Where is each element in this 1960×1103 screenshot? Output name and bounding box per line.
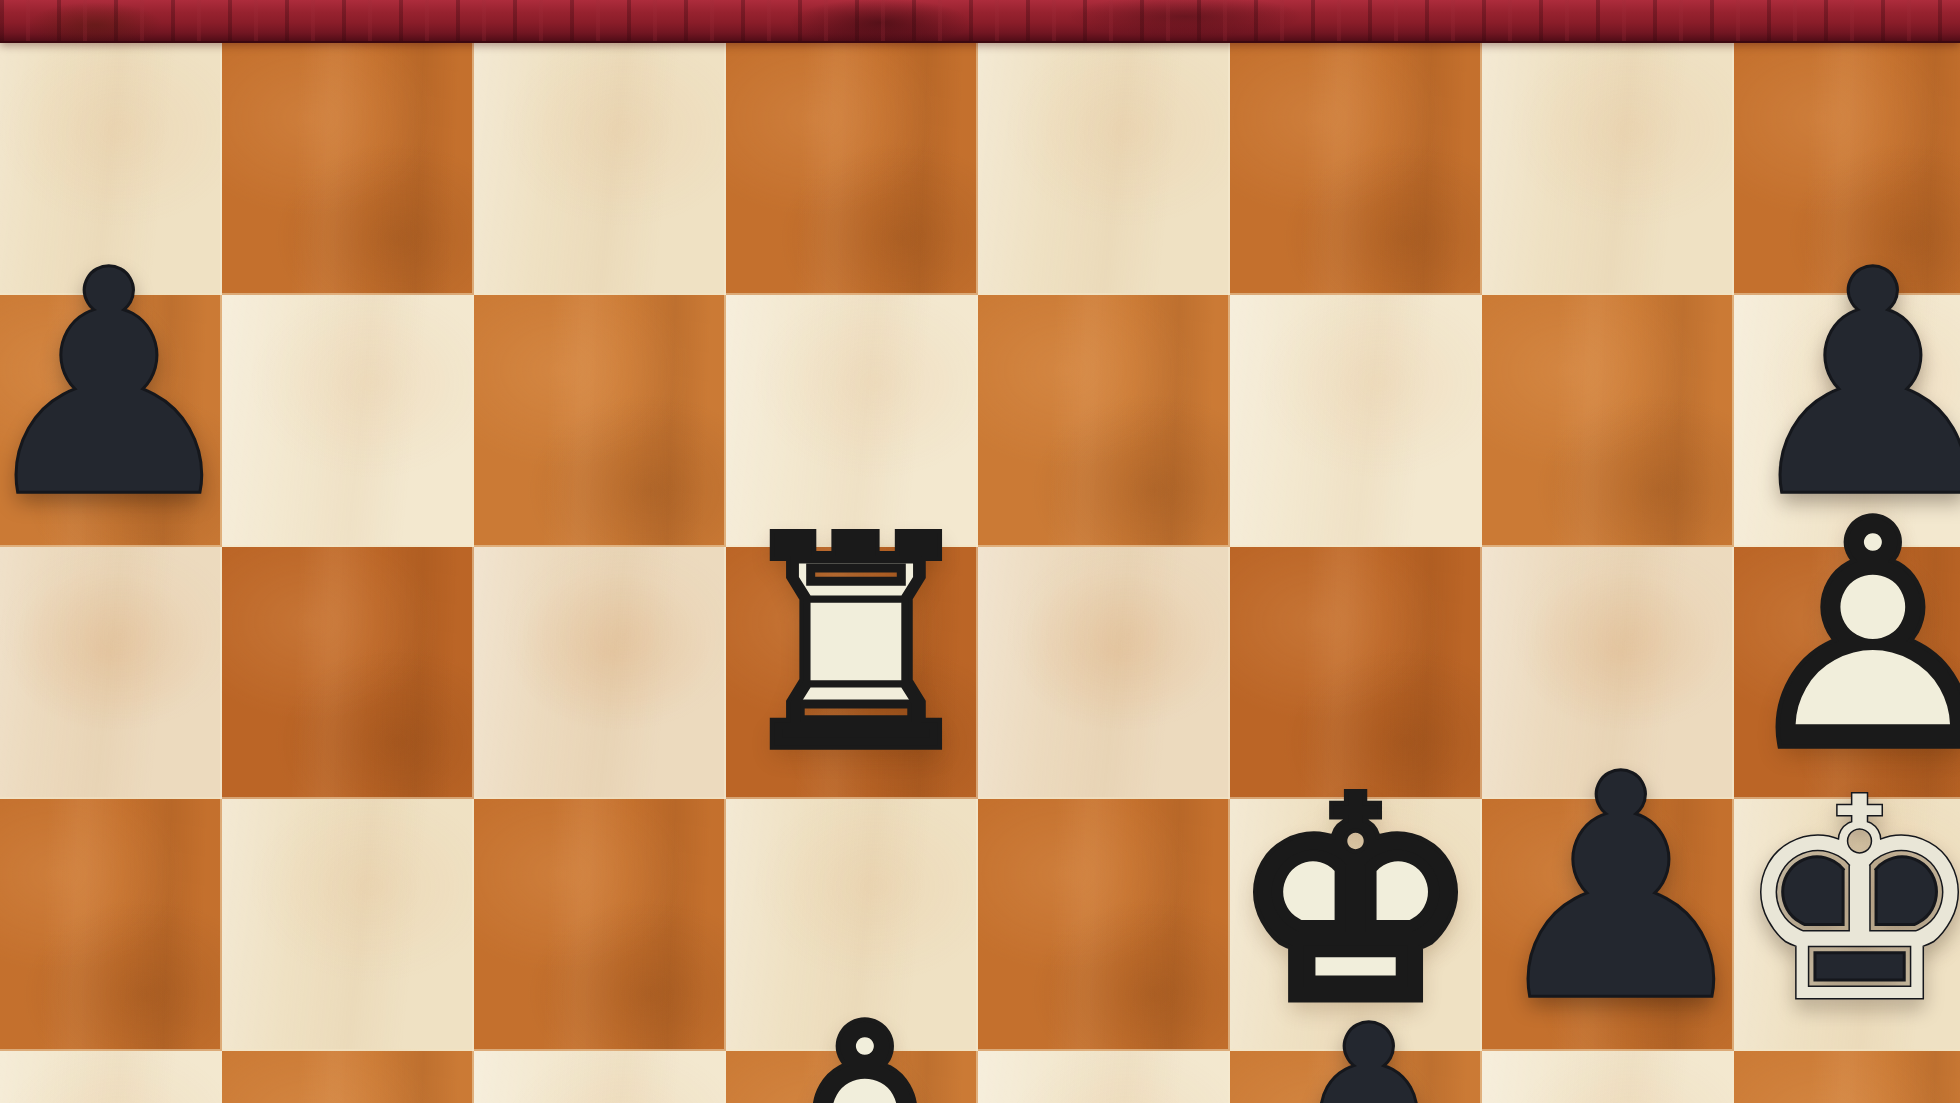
square-d6[interactable]: ♜♖ <box>726 547 978 799</box>
black-pawn-glyph: ♟ <box>1734 295 1960 545</box>
square-a7[interactable]: ♟ <box>0 295 222 547</box>
square-h4[interactable] <box>1734 1051 1960 1103</box>
black-pawn-glyph: ♟ <box>0 295 220 545</box>
black-pawn-glyph: ♟ <box>1230 1051 1480 1103</box>
piece-white-pawn-d4[interactable]: ♟♙ <box>726 1051 976 1103</box>
square-e7[interactable] <box>978 295 1230 547</box>
square-b8[interactable] <box>222 43 474 295</box>
white-king-outline-glyph: ♔ <box>1230 799 1480 1049</box>
white-rook-outline-glyph: ♖ <box>726 547 976 797</box>
piece-black-pawn-f4[interactable]: ♟ <box>1230 1051 1480 1103</box>
square-c7[interactable] <box>474 295 726 547</box>
square-d5[interactable] <box>726 799 978 1051</box>
square-c6[interactable] <box>474 547 726 799</box>
piece-white-pawn-h6[interactable]: ♟♙ <box>1734 547 1960 797</box>
square-b5[interactable] <box>222 799 474 1051</box>
square-e8[interactable] <box>978 43 1230 295</box>
black-king-outline-glyph: ♔ <box>1734 799 1960 1049</box>
square-e5[interactable] <box>978 799 1230 1051</box>
square-f8[interactable] <box>1230 43 1482 295</box>
white-king-glyph: ♚ <box>1230 799 1480 1049</box>
square-e6[interactable] <box>978 547 1230 799</box>
square-e4[interactable] <box>978 1051 1230 1103</box>
chess-board[interactable]: ♟♟♜♖♟♙♚♔♟♚♔♟♙♟ <box>0 43 1960 1103</box>
square-h7[interactable]: ♟ <box>1734 295 1960 547</box>
chess-app-viewport: ♟♟♜♖♟♙♚♔♟♚♔♟♙♟ <box>0 0 1960 1103</box>
square-f4[interactable]: ♟ <box>1230 1051 1482 1103</box>
square-c8[interactable] <box>474 43 726 295</box>
square-g5[interactable]: ♟ <box>1482 799 1734 1051</box>
square-c5[interactable] <box>474 799 726 1051</box>
piece-black-pawn-h7[interactable]: ♟ <box>1734 295 1960 545</box>
piece-black-king-h5[interactable]: ♚♔ <box>1734 799 1960 1049</box>
board-frame-top <box>0 0 1960 43</box>
white-pawn-outline-glyph: ♙ <box>726 1051 976 1103</box>
piece-white-king-f5[interactable]: ♚♔ <box>1230 799 1480 1049</box>
square-g4[interactable] <box>1482 1051 1734 1103</box>
square-a8[interactable] <box>0 43 222 295</box>
square-f6[interactable] <box>1230 547 1482 799</box>
piece-white-rook-d6[interactable]: ♜♖ <box>726 547 976 797</box>
square-c4[interactable] <box>474 1051 726 1103</box>
square-d8[interactable] <box>726 43 978 295</box>
square-f7[interactable] <box>1230 295 1482 547</box>
square-h5[interactable]: ♚♔ <box>1734 799 1960 1051</box>
white-pawn-glyph: ♟ <box>1734 547 1960 797</box>
white-rook-glyph: ♜ <box>726 547 976 797</box>
square-a4[interactable] <box>0 1051 222 1103</box>
piece-black-pawn-g5[interactable]: ♟ <box>1482 799 1732 1049</box>
square-g8[interactable] <box>1482 43 1734 295</box>
piece-black-pawn-a7[interactable]: ♟ <box>0 295 220 545</box>
square-d7[interactable] <box>726 295 978 547</box>
square-a6[interactable] <box>0 547 222 799</box>
white-pawn-outline-glyph: ♙ <box>1734 547 1960 797</box>
square-h8[interactable] <box>1734 43 1960 295</box>
square-b6[interactable] <box>222 547 474 799</box>
square-g7[interactable] <box>1482 295 1734 547</box>
square-a5[interactable] <box>0 799 222 1051</box>
black-king-glyph: ♚ <box>1734 799 1960 1049</box>
white-pawn-glyph: ♟ <box>726 1051 976 1103</box>
square-b4[interactable] <box>222 1051 474 1103</box>
black-pawn-glyph: ♟ <box>1482 799 1732 1049</box>
square-f5[interactable]: ♚♔ <box>1230 799 1482 1051</box>
square-g6[interactable] <box>1482 547 1734 799</box>
square-b7[interactable] <box>222 295 474 547</box>
square-h6[interactable]: ♟♙ <box>1734 547 1960 799</box>
square-d4[interactable]: ♟♙ <box>726 1051 978 1103</box>
